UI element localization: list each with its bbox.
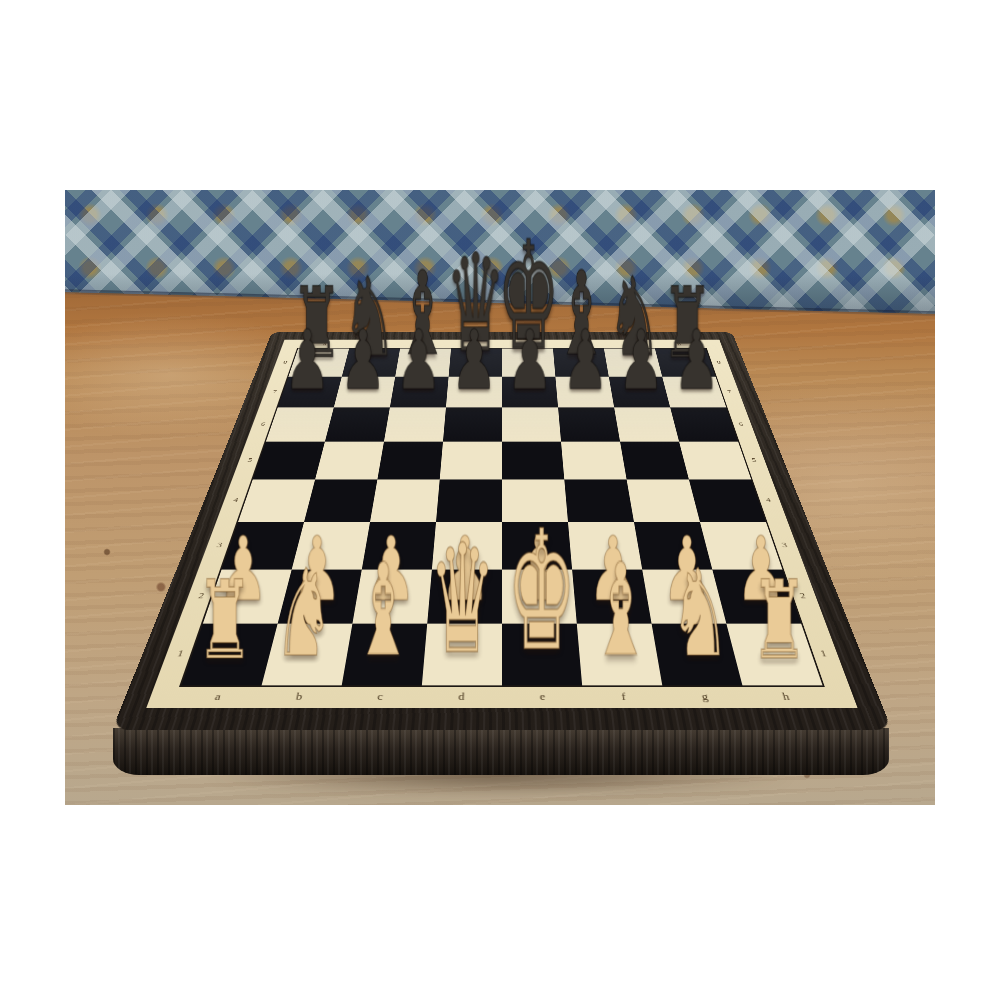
piece-white-bishop[interactable]: ♝ [353, 547, 413, 675]
square-b5[interactable] [315, 442, 384, 480]
piece-black-pawn[interactable]: ♟ [340, 320, 386, 402]
piece-black-pawn[interactable]: ♟ [673, 320, 719, 402]
square-g4[interactable] [627, 479, 700, 521]
piece-black-pawn[interactable]: ♟ [284, 320, 330, 402]
piece-black-pawn[interactable]: ♟ [618, 320, 664, 402]
board-front-edge [113, 728, 889, 775]
square-f5[interactable] [561, 442, 627, 480]
square-d5[interactable] [440, 442, 502, 480]
piece-white-queen[interactable]: ♛ [429, 524, 496, 674]
piece-white-knight[interactable]: ♞ [274, 554, 334, 674]
square-b6[interactable] [325, 407, 390, 441]
square-g6[interactable] [614, 407, 679, 441]
piece-white-rook[interactable]: ♜ [751, 566, 808, 675]
square-b4[interactable] [304, 479, 377, 521]
piece-black-pawn[interactable]: ♟ [451, 320, 497, 402]
square-d6[interactable] [443, 407, 502, 441]
square-e5[interactable] [502, 442, 564, 480]
square-e6[interactable] [502, 407, 561, 441]
square-g5[interactable] [620, 442, 689, 480]
piece-white-king[interactable]: ♚ [507, 509, 577, 675]
piece-black-pawn[interactable]: ♟ [507, 320, 553, 402]
square-c6[interactable] [384, 407, 446, 441]
photo: abcdefgh abcdefgh 87654321 87654321 ♜♞♝♛… [65, 190, 935, 805]
piece-white-knight[interactable]: ♞ [670, 554, 730, 674]
piece-white-rook[interactable]: ♜ [196, 566, 253, 675]
piece-black-pawn[interactable]: ♟ [562, 320, 608, 402]
square-f6[interactable] [558, 407, 620, 441]
piece-black-pawn[interactable]: ♟ [395, 320, 441, 402]
piece-white-bishop[interactable]: ♝ [591, 547, 651, 675]
square-a6[interactable] [266, 407, 334, 441]
page: abcdefgh abcdefgh 87654321 87654321 ♜♞♝♛… [0, 0, 1000, 1000]
square-c5[interactable] [377, 442, 443, 480]
